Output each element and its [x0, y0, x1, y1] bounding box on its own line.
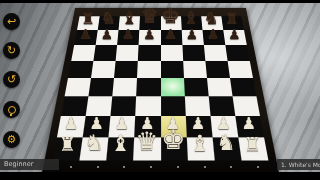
square-h5[interactable] — [227, 61, 253, 78]
hint-icon[interactable] — [3, 101, 20, 118]
piece-black-pawn-a7[interactable]: ♟ — [80, 28, 92, 42]
settings-icon-glyph: ⚙ — [7, 134, 17, 145]
top-letterbox-bar — [0, 0, 320, 3]
square-f4[interactable] — [183, 78, 208, 96]
piece-white-pawn-h2[interactable]: ♟ — [242, 116, 257, 132]
undo-icon-glyph: ↺ — [7, 74, 16, 85]
piece-black-knight-b8[interactable]: ♞ — [101, 10, 116, 27]
redo-icon[interactable]: ↻ — [3, 42, 20, 59]
square-b5[interactable] — [91, 61, 116, 78]
piece-black-pawn-c7[interactable]: ♟ — [122, 28, 134, 42]
piece-white-pawn-b2[interactable]: ♟ — [89, 116, 104, 132]
square-h6[interactable] — [225, 45, 250, 61]
difficulty-label: Beginner — [0, 159, 59, 170]
square-d5[interactable] — [137, 61, 160, 78]
piece-black-rook-a8[interactable]: ♜ — [81, 12, 95, 27]
piece-black-pawn-b7[interactable]: ♟ — [101, 28, 113, 42]
lightbulb-shape — [8, 106, 16, 114]
exit-icon-glyph: ↩ — [7, 16, 16, 27]
piece-black-rook-h8[interactable]: ♜ — [225, 12, 239, 27]
piece-black-bishop-f8[interactable]: ♝ — [183, 10, 199, 27]
square-c4[interactable] — [112, 78, 137, 96]
piece-black-pawn-d7[interactable]: ♟ — [143, 28, 155, 42]
piece-black-pawn-e7[interactable]: ♟ — [165, 28, 177, 42]
piece-white-bishop-f1[interactable]: ♝ — [190, 132, 210, 154]
frame-dot — [97, 166, 99, 168]
move-status-text: 1. White's Move — [281, 161, 320, 168]
square-c6[interactable] — [115, 45, 138, 61]
square-b4[interactable] — [88, 78, 114, 96]
square-c5[interactable] — [114, 61, 138, 78]
square-d6[interactable] — [138, 45, 160, 61]
undo-icon[interactable]: ↺ — [3, 71, 20, 88]
square-e4[interactable] — [160, 78, 184, 96]
frame-dot — [230, 166, 232, 168]
square-g4[interactable] — [206, 78, 232, 96]
piece-white-knight-g1[interactable]: ♞ — [216, 133, 235, 155]
frame-dot — [204, 166, 206, 168]
square-e5[interactable] — [160, 61, 183, 78]
piece-white-queen-d1[interactable]: ♛ — [136, 129, 159, 154]
move-status-label: 1. White's Move — [277, 159, 320, 170]
square-a5[interactable] — [68, 61, 94, 78]
frame-dot — [257, 166, 259, 168]
frame-dot — [70, 166, 72, 168]
square-f5[interactable] — [182, 61, 206, 78]
piece-black-bishop-c8[interactable]: ♝ — [121, 10, 137, 27]
square-f6[interactable] — [182, 45, 205, 61]
square-g5[interactable] — [205, 61, 230, 78]
square-a4[interactable] — [64, 78, 91, 96]
piece-black-king-e8[interactable]: ♚ — [161, 6, 180, 27]
piece-white-rook-a1[interactable]: ♜ — [59, 135, 76, 155]
redo-icon-glyph: ↻ — [7, 45, 16, 56]
piece-black-pawn-h7[interactable]: ♟ — [228, 28, 240, 42]
square-g6[interactable] — [203, 45, 227, 61]
piece-white-pawn-a2[interactable]: ♟ — [64, 116, 79, 132]
piece-white-knight-b1[interactable]: ♞ — [84, 133, 103, 155]
piece-white-rook-h1[interactable]: ♜ — [244, 135, 261, 155]
settings-icon[interactable]: ⚙ — [3, 131, 20, 148]
piece-black-pawn-g7[interactable]: ♟ — [207, 28, 219, 42]
difficulty-text: Beginner — [4, 160, 33, 168]
square-a6[interactable] — [71, 45, 96, 61]
square-b6[interactable] — [93, 45, 117, 61]
square-e6[interactable] — [160, 45, 182, 61]
frame-dot — [150, 166, 152, 168]
chess-app-screen: ♜♞♝♛♚♝♞♜♟♟♟♟♟♟♟♟♟♟♟♟♟♟♟♟♜♞♝♛♚♝♞♜ ↩↻↺⚙ Be… — [0, 0, 320, 180]
piece-black-knight-g8[interactable]: ♞ — [204, 10, 219, 27]
square-d4[interactable] — [136, 78, 160, 96]
piece-white-bishop-c1[interactable]: ♝ — [110, 132, 130, 154]
piece-white-king-e1[interactable]: ♚ — [161, 127, 185, 154]
piece-white-pawn-g2[interactable]: ♟ — [216, 116, 231, 132]
bottom-letterbox-bar — [0, 172, 320, 180]
square-h4[interactable] — [229, 78, 256, 96]
piece-black-pawn-f7[interactable]: ♟ — [186, 28, 198, 42]
piece-black-queen-d8[interactable]: ♛ — [141, 8, 159, 28]
exit-icon[interactable]: ↩ — [3, 13, 20, 30]
frame-dot — [177, 166, 179, 168]
